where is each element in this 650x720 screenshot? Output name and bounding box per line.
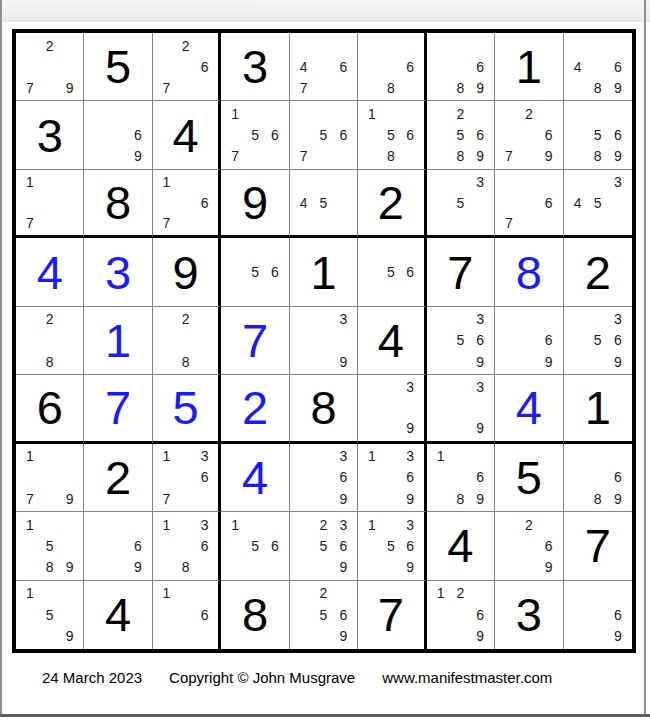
candidate-marks: 4689 xyxy=(568,35,628,98)
candidate-digit-6: 6 xyxy=(401,261,420,282)
candidate-digit-5: 5 xyxy=(314,192,334,212)
sudoku-cell-r5c4[interactable]: 7 xyxy=(221,307,289,375)
sudoku-cell-r6c9[interactable]: 1 xyxy=(564,375,632,443)
given-digit: 6 xyxy=(16,375,83,440)
sudoku-cell-r3c6[interactable]: 2 xyxy=(358,170,426,238)
sudoku-cell-r6c4[interactable]: 2 xyxy=(221,375,289,443)
candidate-digit-6: 6 xyxy=(128,125,148,146)
candidate-digit-7: 7 xyxy=(20,77,40,98)
given-digit: 8 xyxy=(84,170,151,235)
candidate-digit-2: 2 xyxy=(40,35,60,56)
candidate-digit-6: 6 xyxy=(195,56,214,77)
given-digit: 7 xyxy=(358,581,423,649)
candidate-digit-6: 6 xyxy=(401,467,420,488)
candidate-marks: 28 xyxy=(20,309,79,372)
given-digit: 4 xyxy=(84,581,151,649)
candidate-digit-6: 6 xyxy=(608,125,628,146)
candidate-digit-3: 3 xyxy=(470,377,490,397)
sudoku-cell-r5c9[interactable]: 3569 xyxy=(564,307,632,375)
candidate-digit-6: 6 xyxy=(608,330,628,351)
candidate-digit-3: 3 xyxy=(470,309,490,330)
sudoku-cell-r5c6[interactable]: 4 xyxy=(358,307,426,375)
candidate-digit-7: 7 xyxy=(294,77,314,98)
candidate-digit-5: 5 xyxy=(450,125,470,146)
sudoku-cell-r5c7[interactable]: 3569 xyxy=(427,307,495,375)
sudoku-cell-r5c2[interactable]: 1 xyxy=(84,307,152,375)
sudoku-cell-r8c6[interactable]: 13569 xyxy=(358,512,426,580)
candidate-digit-3: 3 xyxy=(401,514,420,535)
candidate-marks: 5689 xyxy=(568,103,628,166)
candidate-digit-6: 6 xyxy=(333,125,353,146)
sudoku-cell-r8c7[interactable]: 4 xyxy=(427,512,495,580)
given-digit: 4 xyxy=(358,307,423,374)
candidate-marks: 23569 xyxy=(294,514,353,577)
given-digit: 2 xyxy=(564,238,632,305)
candidate-digit-6: 6 xyxy=(470,125,490,146)
candidate-digit-9: 9 xyxy=(470,418,490,438)
sudoku-cell-r1c4[interactable]: 3 xyxy=(221,33,289,101)
sudoku-cell-r3c3[interactable]: 167 xyxy=(153,170,221,238)
sudoku-cell-r4c4[interactable]: 56 xyxy=(221,238,289,306)
candidate-marks: 159 xyxy=(20,583,79,647)
candidate-digit-1: 1 xyxy=(157,583,176,604)
candidate-marks: 369 xyxy=(294,446,353,509)
candidate-digit-3: 3 xyxy=(333,446,353,467)
candidate-digit-9: 9 xyxy=(470,146,490,167)
sudoku-page: 2795267346768689146893694156756715682568… xyxy=(0,0,650,720)
candidate-digit-8: 8 xyxy=(450,488,470,509)
candidate-digit-9: 9 xyxy=(470,77,490,98)
candidate-digit-3: 3 xyxy=(195,446,214,467)
candidate-digit-9: 9 xyxy=(608,146,628,167)
candidate-digit-1: 1 xyxy=(157,514,176,535)
candidate-digit-7: 7 xyxy=(499,146,519,167)
sudoku-cell-r1c5[interactable]: 467 xyxy=(290,33,358,101)
sudoku-cell-r4c2[interactable]: 3 xyxy=(84,238,152,306)
candidate-marks: 2569 xyxy=(294,583,353,647)
sudoku-cell-r9c8[interactable]: 3 xyxy=(495,581,563,649)
candidate-digit-2: 2 xyxy=(314,514,334,535)
candidate-marks: 16 xyxy=(157,583,214,647)
candidate-digit-3: 3 xyxy=(333,309,353,330)
candidate-marks: 689 xyxy=(431,35,490,98)
candidate-marks: 1589 xyxy=(20,514,79,577)
window-top-bar xyxy=(0,0,650,22)
entered-digit: 7 xyxy=(84,375,151,440)
candidate-digit-6: 6 xyxy=(195,192,214,212)
candidate-marks: 35 xyxy=(431,172,490,233)
candidate-digit-6: 6 xyxy=(265,535,285,556)
given-digit: 4 xyxy=(427,512,494,579)
candidate-digit-9: 9 xyxy=(401,418,420,438)
candidate-marks: 69 xyxy=(499,309,558,372)
sudoku-cell-r9c2[interactable]: 4 xyxy=(84,581,152,649)
sudoku-cell-r8c8[interactable]: 269 xyxy=(495,512,563,580)
candidate-marks: 67 xyxy=(499,172,558,233)
candidate-digit-5: 5 xyxy=(245,125,265,146)
candidate-digit-8: 8 xyxy=(176,556,195,577)
candidate-digit-4: 4 xyxy=(568,56,588,77)
footer: 24 March 2023 Copyright © John Musgrave … xyxy=(42,669,552,687)
sudoku-cell-r7c6[interactable]: 1369 xyxy=(358,444,426,512)
sudoku-cell-r1c3[interactable]: 267 xyxy=(153,33,221,101)
given-digit: 9 xyxy=(153,238,218,305)
sudoku-cell-r5c3[interactable]: 28 xyxy=(153,307,221,375)
sudoku-cell-r1c9[interactable]: 4689 xyxy=(564,33,632,101)
candidate-digit-8: 8 xyxy=(176,351,195,372)
candidate-digit-1: 1 xyxy=(431,583,451,604)
candidate-digit-8: 8 xyxy=(450,77,470,98)
candidate-digit-9: 9 xyxy=(128,556,148,577)
candidate-digit-2: 2 xyxy=(450,103,470,124)
sudoku-cell-r9c5[interactable]: 2569 xyxy=(290,581,358,649)
candidate-marks: 56 xyxy=(362,240,419,303)
given-digit: 2 xyxy=(358,170,423,235)
candidate-digit-5: 5 xyxy=(314,604,334,625)
sudoku-cell-r4c1[interactable]: 4 xyxy=(16,238,84,306)
candidate-digit-5: 5 xyxy=(450,192,470,212)
candidate-digit-7: 7 xyxy=(157,213,176,233)
sudoku-grid: 2795267346768689146893694156756715682568… xyxy=(12,29,636,653)
candidate-digit-1: 1 xyxy=(431,446,451,467)
candidate-digit-5: 5 xyxy=(450,330,470,351)
candidate-digit-9: 9 xyxy=(608,488,628,509)
given-digit: 1 xyxy=(564,375,632,440)
given-digit: 1 xyxy=(290,238,357,305)
candidate-marks: 167 xyxy=(157,172,214,233)
candidate-digit-4: 4 xyxy=(568,192,588,212)
candidate-digit-1: 1 xyxy=(157,172,176,192)
candidate-marks: 39 xyxy=(294,309,353,372)
given-digit: 8 xyxy=(221,581,288,649)
sudoku-cell-r6c1[interactable]: 6 xyxy=(16,375,84,443)
candidate-marks: 1367 xyxy=(157,446,214,509)
candidate-digit-6: 6 xyxy=(608,56,628,77)
candidate-digit-6: 6 xyxy=(195,604,214,625)
candidate-digit-3: 3 xyxy=(333,514,353,535)
sudoku-cell-r6c5[interactable]: 8 xyxy=(290,375,358,443)
candidate-digit-9: 9 xyxy=(333,488,353,509)
candidate-marks: 279 xyxy=(20,35,79,98)
candidate-marks: 39 xyxy=(362,377,419,438)
sudoku-cell-r1c2[interactable]: 5 xyxy=(84,33,152,101)
candidate-digit-8: 8 xyxy=(381,146,400,167)
candidate-digit-9: 9 xyxy=(333,351,353,372)
candidate-digit-1: 1 xyxy=(362,103,381,124)
candidate-marks: 345 xyxy=(568,172,628,233)
candidate-digit-9: 9 xyxy=(608,351,628,372)
sudoku-cell-r8c1[interactable]: 1589 xyxy=(16,512,84,580)
candidate-digit-7: 7 xyxy=(294,146,314,167)
candidate-marks: 69 xyxy=(88,103,147,166)
candidate-digit-2: 2 xyxy=(176,35,195,56)
candidate-marks: 179 xyxy=(20,446,79,509)
candidate-digit-6: 6 xyxy=(128,535,148,556)
given-digit: 3 xyxy=(221,33,288,100)
candidate-digit-9: 9 xyxy=(333,626,353,647)
candidate-marks: 1368 xyxy=(157,514,214,577)
entered-digit: 4 xyxy=(16,238,83,305)
candidate-digit-7: 7 xyxy=(157,488,176,509)
candidate-digit-2: 2 xyxy=(40,309,60,330)
candidate-digit-8: 8 xyxy=(40,556,60,577)
candidate-digit-1: 1 xyxy=(225,514,245,535)
sudoku-cell-r4c5[interactable]: 1 xyxy=(290,238,358,306)
candidate-digit-5: 5 xyxy=(245,535,265,556)
sudoku-cell-r7c5[interactable]: 369 xyxy=(290,444,358,512)
candidate-marks: 156 xyxy=(225,514,284,577)
sudoku-cell-r7c7[interactable]: 1689 xyxy=(427,444,495,512)
sudoku-cell-r7c1[interactable]: 179 xyxy=(16,444,84,512)
candidate-marks: 567 xyxy=(294,103,353,166)
candidate-digit-9: 9 xyxy=(60,626,80,647)
candidate-digit-3: 3 xyxy=(401,446,420,467)
candidate-digit-5: 5 xyxy=(40,535,60,556)
candidate-digit-8: 8 xyxy=(588,488,608,509)
candidate-digit-3: 3 xyxy=(401,377,420,397)
entered-digit: 2 xyxy=(221,375,288,440)
sudoku-cell-r1c8[interactable]: 1 xyxy=(495,33,563,101)
sudoku-cell-r4c7[interactable]: 7 xyxy=(427,238,495,306)
candidate-digit-9: 9 xyxy=(60,556,80,577)
candidate-digit-5: 5 xyxy=(588,125,608,146)
candidate-marks: 267 xyxy=(157,35,214,98)
candidate-digit-1: 1 xyxy=(225,103,245,124)
sudoku-cell-r6c2[interactable]: 7 xyxy=(84,375,152,443)
candidate-marks: 28 xyxy=(157,309,214,372)
sudoku-cell-r2c4[interactable]: 1567 xyxy=(221,101,289,169)
candidate-digit-9: 9 xyxy=(608,626,628,647)
candidate-digit-2: 2 xyxy=(450,583,470,604)
candidate-digit-6: 6 xyxy=(265,261,285,282)
candidate-digit-3: 3 xyxy=(608,172,628,192)
candidate-digit-1: 1 xyxy=(157,446,176,467)
candidate-marks: 25689 xyxy=(431,103,490,166)
sudoku-cell-r7c3[interactable]: 1367 xyxy=(153,444,221,512)
candidate-digit-6: 6 xyxy=(470,330,490,351)
sudoku-cell-r2c8[interactable]: 2679 xyxy=(495,101,563,169)
candidate-marks: 2679 xyxy=(499,103,558,166)
sudoku-cell-r4c6[interactable]: 56 xyxy=(358,238,426,306)
candidate-digit-5: 5 xyxy=(381,535,400,556)
sudoku-cell-r6c7[interactable]: 39 xyxy=(427,375,495,443)
footer-copyright: Copyright © John Musgrave xyxy=(169,669,355,687)
sudoku-cell-r2c2[interactable]: 69 xyxy=(84,101,152,169)
page-right-border xyxy=(644,0,646,717)
given-digit: 7 xyxy=(427,238,494,305)
sudoku-cell-r3c9[interactable]: 345 xyxy=(564,170,632,238)
entered-digit: 4 xyxy=(221,444,288,511)
candidate-digit-6: 6 xyxy=(608,604,628,625)
candidate-digit-7: 7 xyxy=(499,213,519,233)
candidate-marks: 3569 xyxy=(568,309,628,372)
candidate-digit-1: 1 xyxy=(20,172,40,192)
candidate-digit-8: 8 xyxy=(381,77,400,98)
candidate-digit-5: 5 xyxy=(314,125,334,146)
candidate-digit-3: 3 xyxy=(608,309,628,330)
candidate-digit-6: 6 xyxy=(333,535,353,556)
candidate-digit-6: 6 xyxy=(539,192,559,212)
candidate-digit-1: 1 xyxy=(362,446,381,467)
sudoku-cell-r5c5[interactable]: 39 xyxy=(290,307,358,375)
sudoku-cell-r9c6[interactable]: 7 xyxy=(358,581,426,649)
candidate-digit-6: 6 xyxy=(195,535,214,556)
candidate-digit-6: 6 xyxy=(470,467,490,488)
candidate-digit-1: 1 xyxy=(20,514,40,535)
candidate-digit-9: 9 xyxy=(470,626,490,647)
candidate-digit-8: 8 xyxy=(450,146,470,167)
candidate-marks: 1369 xyxy=(362,446,419,509)
sudoku-cell-r3c1[interactable]: 17 xyxy=(16,170,84,238)
candidate-digit-8: 8 xyxy=(588,77,608,98)
given-digit: 1 xyxy=(495,33,562,100)
sudoku-cell-r2c5[interactable]: 567 xyxy=(290,101,358,169)
candidate-marks: 68 xyxy=(362,35,419,98)
sudoku-cell-r3c7[interactable]: 35 xyxy=(427,170,495,238)
candidate-digit-6: 6 xyxy=(608,467,628,488)
candidate-marks: 1689 xyxy=(431,446,490,509)
sudoku-cell-r9c9[interactable]: 69 xyxy=(564,581,632,649)
candidate-digit-6: 6 xyxy=(401,125,420,146)
candidate-marks: 39 xyxy=(431,377,490,438)
candidate-digit-9: 9 xyxy=(608,77,628,98)
candidate-digit-4: 4 xyxy=(294,56,314,77)
candidate-digit-6: 6 xyxy=(195,467,214,488)
sudoku-cell-r3c2[interactable]: 8 xyxy=(84,170,152,238)
given-digit: 5 xyxy=(84,33,151,100)
entered-digit: 4 xyxy=(495,375,562,440)
candidate-digit-2: 2 xyxy=(519,103,539,124)
candidate-marks: 689 xyxy=(568,446,628,509)
footer-website[interactable]: www.manifestmaster.com xyxy=(382,669,552,687)
entered-digit: 3 xyxy=(84,238,151,305)
sudoku-cell-r9c7[interactable]: 1269 xyxy=(427,581,495,649)
candidate-digit-5: 5 xyxy=(381,261,400,282)
candidate-digit-3: 3 xyxy=(470,172,490,192)
candidate-digit-6: 6 xyxy=(539,330,559,351)
given-digit: 4 xyxy=(153,101,218,168)
sudoku-cell-r9c4[interactable]: 8 xyxy=(221,581,289,649)
candidate-digit-6: 6 xyxy=(333,467,353,488)
candidate-digit-5: 5 xyxy=(245,261,265,282)
candidate-digit-3: 3 xyxy=(195,514,214,535)
sudoku-cell-r1c1[interactable]: 279 xyxy=(16,33,84,101)
candidate-digit-7: 7 xyxy=(225,146,245,167)
given-digit: 3 xyxy=(495,581,562,649)
sudoku-cell-r3c5[interactable]: 45 xyxy=(290,170,358,238)
sudoku-cell-r4c8[interactable]: 8 xyxy=(495,238,563,306)
sudoku-cell-r3c4[interactable]: 9 xyxy=(221,170,289,238)
sudoku-cell-r9c3[interactable]: 16 xyxy=(153,581,221,649)
candidate-marks: 3569 xyxy=(431,309,490,372)
candidate-digit-8: 8 xyxy=(40,351,60,372)
candidate-marks: 69 xyxy=(88,514,147,577)
candidate-digit-5: 5 xyxy=(314,535,334,556)
candidate-digit-1: 1 xyxy=(20,446,40,467)
sudoku-cell-r1c7[interactable]: 689 xyxy=(427,33,495,101)
sudoku-cell-r5c8[interactable]: 69 xyxy=(495,307,563,375)
sudoku-cell-r1c6[interactable]: 68 xyxy=(358,33,426,101)
candidate-marks: 45 xyxy=(294,172,353,233)
candidate-digit-9: 9 xyxy=(470,351,490,372)
candidate-digit-6: 6 xyxy=(333,56,353,77)
sudoku-cell-r5c1[interactable]: 28 xyxy=(16,307,84,375)
sudoku-cell-r2c1[interactable]: 3 xyxy=(16,101,84,169)
sudoku-cell-r7c4[interactable]: 4 xyxy=(221,444,289,512)
candidate-marks: 56 xyxy=(225,240,284,303)
entered-digit: 5 xyxy=(153,375,218,440)
candidate-marks: 269 xyxy=(499,514,558,577)
sudoku-cell-r6c3[interactable]: 5 xyxy=(153,375,221,443)
sudoku-cell-r7c8[interactable]: 5 xyxy=(495,444,563,512)
candidate-marks: 13569 xyxy=(362,514,419,577)
candidate-digit-1: 1 xyxy=(362,514,381,535)
sudoku-cell-r2c6[interactable]: 1568 xyxy=(358,101,426,169)
candidate-digit-9: 9 xyxy=(539,351,559,372)
sudoku-cell-r8c4[interactable]: 156 xyxy=(221,512,289,580)
candidate-digit-9: 9 xyxy=(539,556,559,577)
candidate-digit-1: 1 xyxy=(20,583,40,604)
given-digit: 7 xyxy=(564,512,632,579)
sudoku-cell-r2c9[interactable]: 5689 xyxy=(564,101,632,169)
candidate-digit-9: 9 xyxy=(401,488,420,509)
candidate-digit-2: 2 xyxy=(176,309,195,330)
sudoku-cell-r4c9[interactable]: 2 xyxy=(564,238,632,306)
given-digit: 2 xyxy=(84,444,151,511)
sudoku-cell-r7c9[interactable]: 689 xyxy=(564,444,632,512)
sudoku-cell-r8c9[interactable]: 7 xyxy=(564,512,632,580)
sudoku-cell-r2c3[interactable]: 4 xyxy=(153,101,221,169)
candidate-marks: 1567 xyxy=(225,103,284,166)
candidate-digit-8: 8 xyxy=(588,146,608,167)
sudoku-cell-r8c3[interactable]: 1368 xyxy=(153,512,221,580)
candidate-marks: 1269 xyxy=(431,583,490,647)
candidate-digit-9: 9 xyxy=(333,556,353,577)
given-digit: 3 xyxy=(16,101,83,168)
candidate-digit-2: 2 xyxy=(519,514,539,535)
candidate-digit-7: 7 xyxy=(157,77,176,98)
candidate-digit-9: 9 xyxy=(401,556,420,577)
candidate-marks: 467 xyxy=(294,35,353,98)
candidate-digit-2: 2 xyxy=(314,583,334,604)
sudoku-cell-r8c2[interactable]: 69 xyxy=(84,512,152,580)
candidate-digit-9: 9 xyxy=(60,77,80,98)
sudoku-cell-r6c8[interactable]: 4 xyxy=(495,375,563,443)
sudoku-cell-r4c3[interactable]: 9 xyxy=(153,238,221,306)
candidate-digit-6: 6 xyxy=(470,56,490,77)
candidate-digit-5: 5 xyxy=(588,192,608,212)
candidate-digit-7: 7 xyxy=(20,488,40,509)
sudoku-cell-r3c8[interactable]: 67 xyxy=(495,170,563,238)
candidate-digit-9: 9 xyxy=(60,488,80,509)
candidate-digit-6: 6 xyxy=(265,125,285,146)
sudoku-cell-r2c7[interactable]: 25689 xyxy=(427,101,495,169)
sudoku-cell-r6c6[interactable]: 39 xyxy=(358,375,426,443)
candidate-digit-6: 6 xyxy=(470,604,490,625)
sudoku-cell-r7c2[interactable]: 2 xyxy=(84,444,152,512)
candidate-marks: 1568 xyxy=(362,103,419,166)
candidate-digit-9: 9 xyxy=(539,146,559,167)
candidate-digit-4: 4 xyxy=(294,192,314,212)
candidate-digit-6: 6 xyxy=(333,604,353,625)
candidate-digit-5: 5 xyxy=(381,125,400,146)
sudoku-cell-r9c1[interactable]: 159 xyxy=(16,581,84,649)
candidate-marks: 17 xyxy=(20,172,79,233)
sudoku-cell-r8c5[interactable]: 23569 xyxy=(290,512,358,580)
entered-digit: 7 xyxy=(221,307,288,374)
candidate-digit-9: 9 xyxy=(128,146,148,167)
candidate-digit-6: 6 xyxy=(539,535,559,556)
